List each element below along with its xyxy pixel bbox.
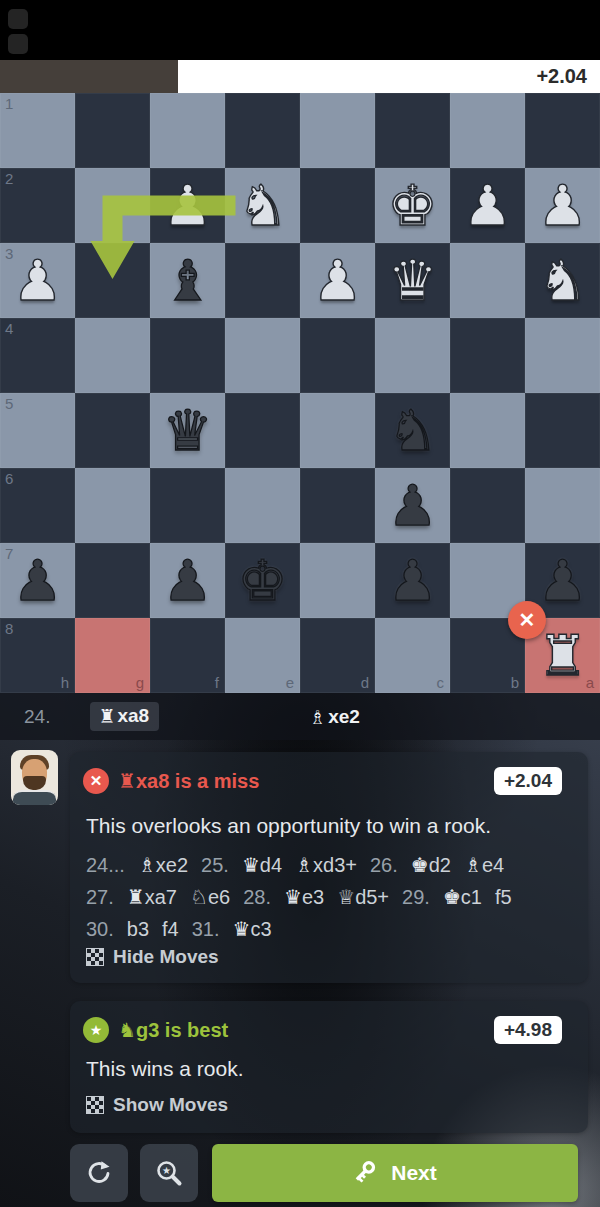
- analysis-button[interactable]: ★: [140, 1144, 198, 1202]
- square-h3[interactable]: 3♟: [0, 243, 75, 318]
- square-d1[interactable]: [300, 93, 375, 168]
- miss-explanation: This overlooks an opportunity to win a r…: [86, 814, 491, 838]
- square-f2[interactable]: ♟: [150, 168, 225, 243]
- square-g8[interactable]: g: [75, 618, 150, 693]
- square-f6[interactable]: [150, 468, 225, 543]
- square-b2[interactable]: ♟: [450, 168, 525, 243]
- square-g5[interactable]: [75, 393, 150, 468]
- square-b4[interactable]: [450, 318, 525, 393]
- square-a6[interactable]: [525, 468, 600, 543]
- square-f7[interactable]: ♟: [150, 543, 225, 618]
- square-d4[interactable]: [300, 318, 375, 393]
- square-d7[interactable]: [300, 543, 375, 618]
- piece-bP-h7: ♟: [0, 543, 75, 618]
- square-a4[interactable]: [525, 318, 600, 393]
- move-token: ♛c3: [233, 913, 272, 945]
- piece-bQ-f5: ♛: [150, 393, 225, 468]
- square-c2[interactable]: ♚: [375, 168, 450, 243]
- square-c8[interactable]: c: [375, 618, 450, 693]
- square-c5[interactable]: ♞: [375, 393, 450, 468]
- board-grid-icon: [86, 948, 104, 966]
- square-e7[interactable]: ♚: [225, 543, 300, 618]
- piece-wN-e2: ♞: [225, 168, 300, 243]
- square-f5[interactable]: ♛: [150, 393, 225, 468]
- piece-wN-a3: ♞: [525, 243, 600, 318]
- piece-wP-h3: ♟: [0, 243, 75, 318]
- x-circle-icon: ✕: [83, 768, 109, 794]
- notification-icon: [8, 9, 28, 29]
- move-token: f5: [495, 881, 512, 913]
- move-token: 29.: [402, 881, 430, 913]
- move-token: ♕d5+: [337, 881, 389, 913]
- square-c7[interactable]: ♟: [375, 543, 450, 618]
- black-move-bxe2[interactable]: ♗ xe2: [309, 706, 360, 728]
- square-g4[interactable]: [75, 318, 150, 393]
- piece-bP-c6: ♟: [375, 468, 450, 543]
- analysis-card-miss: ✕ ♜xa8 is a miss +2.04 This overlooks an…: [70, 752, 588, 983]
- move-token: 30.: [86, 913, 114, 945]
- square-d6[interactable]: [300, 468, 375, 543]
- square-e1[interactable]: [225, 93, 300, 168]
- retry-icon: [84, 1158, 114, 1188]
- square-e2[interactable]: ♞: [225, 168, 300, 243]
- magnifier-star-icon: ★: [154, 1158, 184, 1188]
- svg-text:★: ★: [162, 1165, 171, 1176]
- star-circle-icon: ★: [83, 1017, 109, 1043]
- move-token: ♗xd3+: [295, 849, 357, 881]
- square-f3[interactable]: ♝: [150, 243, 225, 318]
- move-token: 27.: [86, 881, 114, 913]
- move-token: b3: [127, 913, 149, 945]
- miss-x-badge: ✕: [508, 601, 546, 639]
- square-e6[interactable]: [225, 468, 300, 543]
- analysis-card-best: ★ ♞g3 is best +4.98 This wins a rook. Sh…: [70, 1001, 588, 1133]
- square-g3[interactable]: [75, 243, 150, 318]
- square-b6[interactable]: [450, 468, 525, 543]
- move-token: ♘e6: [190, 881, 230, 913]
- status-bar: [0, 0, 600, 60]
- move-token: 28.: [243, 881, 271, 913]
- white-knight-icon: ♞: [118, 1018, 136, 1042]
- square-c6[interactable]: ♟: [375, 468, 450, 543]
- player-avatar: [11, 750, 58, 805]
- white-rook-icon: ♜: [98, 705, 115, 727]
- square-h8[interactable]: 8h: [0, 618, 75, 693]
- move-list-row: 24. ♜ xa8 ♗ xe2: [0, 693, 600, 740]
- move-token: ♛e3: [284, 881, 324, 913]
- square-a2[interactable]: ♟: [525, 168, 600, 243]
- square-h6[interactable]: 6: [0, 468, 75, 543]
- white-rook-icon: ♜: [118, 769, 136, 793]
- piece-wQ-c3: ♛: [375, 243, 450, 318]
- eval-badge: +2.04: [494, 767, 562, 795]
- square-g7[interactable]: [75, 543, 150, 618]
- evaluation-score: +2.04: [536, 65, 587, 88]
- square-c3[interactable]: ♛: [375, 243, 450, 318]
- piece-bB-f3: ♝: [150, 243, 225, 318]
- move-token: ♗e4: [464, 849, 504, 881]
- square-h2[interactable]: 2: [0, 168, 75, 243]
- square-g1[interactable]: [75, 93, 150, 168]
- next-label: Next: [391, 1161, 437, 1185]
- move-token: ♗xe2: [138, 849, 188, 881]
- move-token: ♜xa7: [127, 881, 177, 913]
- square-a1[interactable]: [525, 93, 600, 168]
- square-c4[interactable]: [375, 318, 450, 393]
- square-g6[interactable]: [75, 468, 150, 543]
- variation-lines: 24...♗xe225.♛d4♗xd3+26.♚d2♗e427.♜xa7♘e62…: [86, 849, 525, 945]
- square-e8[interactable]: e: [225, 618, 300, 693]
- piece-bK-e7: ♚: [225, 543, 300, 618]
- square-h5[interactable]: 5: [0, 393, 75, 468]
- square-e4[interactable]: [225, 318, 300, 393]
- square-h7[interactable]: 7♟: [0, 543, 75, 618]
- move-token: 26.: [370, 849, 398, 881]
- evaluation-bar: +2.04: [0, 60, 600, 93]
- best-explanation: This wins a rook.: [86, 1057, 244, 1081]
- next-button[interactable]: Next: [212, 1144, 578, 1202]
- miss-title: ♜xa8 is a miss: [118, 769, 259, 793]
- square-e3[interactable]: [225, 243, 300, 318]
- square-a3[interactable]: ♞: [525, 243, 600, 318]
- key-icon: [353, 1160, 379, 1186]
- square-d8[interactable]: d: [300, 618, 375, 693]
- square-b3[interactable]: [450, 243, 525, 318]
- square-a5[interactable]: [525, 393, 600, 468]
- piece-wP-a2: ♟: [525, 168, 600, 243]
- show-moves-button[interactable]: Show Moves: [86, 1094, 228, 1116]
- square-d5[interactable]: [300, 393, 375, 468]
- square-g2[interactable]: [75, 168, 150, 243]
- game-review-screen: +2.04 12♟♞♚♟♟3♟♝♟♛♞45♛♞6♟7♟♟♚♟♟8hgfedcba…: [0, 0, 600, 1207]
- piece-wP-d3: ♟: [300, 243, 375, 318]
- best-title: ♞g3 is best: [118, 1018, 228, 1042]
- square-h4[interactable]: 4: [0, 318, 75, 393]
- piece-bP-c7: ♟: [375, 543, 450, 618]
- move-number: 24.: [24, 706, 50, 728]
- move-token: 31.: [192, 913, 220, 945]
- move-token: ♚d2: [411, 849, 451, 881]
- piece-bP-f7: ♟: [150, 543, 225, 618]
- square-b1[interactable]: [450, 93, 525, 168]
- move-token: ♛d4: [242, 849, 282, 881]
- piece-wK-c2: ♚: [375, 168, 450, 243]
- square-d2[interactable]: [300, 168, 375, 243]
- hide-moves-button[interactable]: Hide Moves: [86, 946, 219, 968]
- white-move-rxa8[interactable]: ♜ xa8: [90, 702, 159, 731]
- piece-wP-f2: ♟: [150, 168, 225, 243]
- move-token: f4: [162, 913, 179, 945]
- square-b5[interactable]: [450, 393, 525, 468]
- square-f1[interactable]: [150, 93, 225, 168]
- piece-bN-c5: ♞: [375, 393, 450, 468]
- eval-badge: +4.98: [494, 1016, 562, 1044]
- square-h1[interactable]: 1: [0, 93, 75, 168]
- evaluation-white-segment: +2.04: [178, 60, 600, 93]
- square-f8[interactable]: f: [150, 618, 225, 693]
- square-d3[interactable]: ♟: [300, 243, 375, 318]
- square-c1[interactable]: [375, 93, 450, 168]
- retry-button[interactable]: [70, 1144, 128, 1202]
- square-e5[interactable]: [225, 393, 300, 468]
- move-token: ♚c1: [443, 881, 482, 913]
- move-token: 24...: [86, 849, 125, 881]
- notification-icon: [8, 34, 28, 54]
- black-bishop-icon: ♗: [309, 706, 326, 728]
- board-grid-icon: [86, 1096, 104, 1114]
- square-f4[interactable]: [150, 318, 225, 393]
- move-token: 25.: [201, 849, 229, 881]
- chess-board: 12♟♞♚♟♟3♟♝♟♛♞45♛♞6♟7♟♟♚♟♟8hgfedcba♜: [0, 93, 600, 693]
- piece-wP-b2: ♟: [450, 168, 525, 243]
